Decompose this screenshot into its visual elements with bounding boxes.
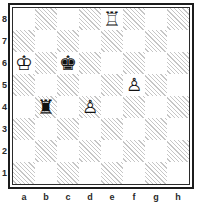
- chess-board: ♜♖♚♔♚♟♙♜♟♙: [13, 8, 189, 184]
- board-square[interactable]: [145, 74, 167, 96]
- board-square[interactable]: [145, 162, 167, 184]
- board-square[interactable]: [79, 118, 101, 140]
- board-square[interactable]: [57, 140, 79, 162]
- board-square[interactable]: [123, 96, 145, 118]
- board-square[interactable]: [57, 118, 79, 140]
- file-label-b: b: [35, 190, 57, 203]
- black-rook-glyph: ♜: [35, 96, 57, 118]
- board-square[interactable]: [145, 118, 167, 140]
- board-square[interactable]: [79, 52, 101, 74]
- board-square[interactable]: [79, 74, 101, 96]
- file-labels-row: abcdefgh: [13, 190, 189, 203]
- white-pawn-glyph: ♙: [123, 74, 145, 96]
- board-square[interactable]: [145, 8, 167, 30]
- board-square[interactable]: [123, 52, 145, 74]
- board-square[interactable]: [101, 30, 123, 52]
- board-square[interactable]: [35, 162, 57, 184]
- white-pawn: ♟♙: [79, 96, 101, 118]
- board-square[interactable]: [101, 140, 123, 162]
- white-rook-glyph: ♖: [101, 8, 123, 30]
- board-square[interactable]: [167, 52, 189, 74]
- file-label-a: a: [13, 190, 35, 203]
- black-king-glyph: ♚: [57, 52, 79, 74]
- white-pawn-glyph: ♙: [79, 96, 101, 118]
- board-square[interactable]: [35, 30, 57, 52]
- board-square[interactable]: [123, 30, 145, 52]
- board-square[interactable]: [101, 52, 123, 74]
- board-square[interactable]: ♜♖: [101, 8, 123, 30]
- white-rook: ♜♖: [101, 8, 123, 30]
- board-square[interactable]: [145, 96, 167, 118]
- board-square[interactable]: [79, 140, 101, 162]
- file-label-h: h: [167, 190, 189, 203]
- board-square[interactable]: [35, 140, 57, 162]
- board-square[interactable]: [13, 118, 35, 140]
- board-square[interactable]: [35, 74, 57, 96]
- file-label-d: d: [79, 190, 101, 203]
- board-square[interactable]: [167, 118, 189, 140]
- board-square[interactable]: [123, 162, 145, 184]
- board-square[interactable]: [167, 8, 189, 30]
- chess-diagram: 87654321 ♜♖♚♔♚♟♙♜♟♙ abcdefgh: [0, 0, 200, 204]
- file-label-g: g: [145, 190, 167, 203]
- board-square[interactable]: [35, 8, 57, 30]
- board-square[interactable]: [167, 140, 189, 162]
- board-square[interactable]: [123, 140, 145, 162]
- board-square[interactable]: [79, 162, 101, 184]
- board-square[interactable]: [13, 162, 35, 184]
- board-square[interactable]: [167, 162, 189, 184]
- white-king-glyph: ♔: [13, 52, 35, 74]
- board-square[interactable]: [101, 96, 123, 118]
- black-rook: ♜: [35, 96, 57, 118]
- board-square[interactable]: [13, 74, 35, 96]
- board-square[interactable]: [167, 30, 189, 52]
- white-king: ♚♔: [13, 52, 35, 74]
- board-square[interactable]: [167, 74, 189, 96]
- board-square[interactable]: [13, 8, 35, 30]
- board-square[interactable]: [57, 8, 79, 30]
- board-square[interactable]: [123, 118, 145, 140]
- board-square[interactable]: [13, 30, 35, 52]
- board-square[interactable]: [145, 52, 167, 74]
- board-square[interactable]: [167, 96, 189, 118]
- board-square[interactable]: ♜: [35, 96, 57, 118]
- board-square[interactable]: [101, 118, 123, 140]
- file-label-f: f: [123, 190, 145, 203]
- file-label-c: c: [57, 190, 79, 203]
- board-inner-border: ♜♖♚♔♚♟♙♜♟♙: [12, 7, 190, 185]
- black-king: ♚: [57, 52, 79, 74]
- board-square[interactable]: [145, 30, 167, 52]
- board-square[interactable]: [57, 96, 79, 118]
- board-square[interactable]: [35, 52, 57, 74]
- board-border: ♜♖♚♔♚♟♙♜♟♙: [8, 3, 194, 189]
- board-square[interactable]: [13, 140, 35, 162]
- board-square[interactable]: [57, 162, 79, 184]
- board-square[interactable]: [101, 162, 123, 184]
- board-square[interactable]: ♟♙: [79, 96, 101, 118]
- board-square[interactable]: [145, 140, 167, 162]
- white-pawn: ♟♙: [123, 74, 145, 96]
- board-square[interactable]: ♚: [57, 52, 79, 74]
- board-square[interactable]: [57, 30, 79, 52]
- board-square[interactable]: [57, 74, 79, 96]
- board-square[interactable]: [79, 8, 101, 30]
- board-square[interactable]: [35, 118, 57, 140]
- board-square[interactable]: [101, 74, 123, 96]
- board-square[interactable]: ♟♙: [123, 74, 145, 96]
- board-square[interactable]: ♚♔: [13, 52, 35, 74]
- board-square[interactable]: [123, 8, 145, 30]
- file-label-e: e: [101, 190, 123, 203]
- board-square[interactable]: [79, 30, 101, 52]
- board-square[interactable]: [13, 96, 35, 118]
